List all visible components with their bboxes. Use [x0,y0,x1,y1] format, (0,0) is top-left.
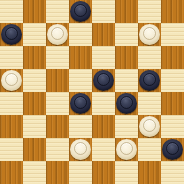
square-h3 [161,115,184,138]
square-d8[interactable] [69,0,92,23]
square-c1[interactable] [46,161,69,184]
square-a2 [0,138,23,161]
square-a1[interactable] [0,161,23,184]
square-b1 [23,161,46,184]
square-e8 [92,0,115,23]
square-f5 [115,69,138,92]
square-c7[interactable] [46,23,69,46]
square-g6 [138,46,161,69]
black-man-piece[interactable] [116,93,137,114]
square-f2[interactable] [115,138,138,161]
square-g5[interactable] [138,69,161,92]
white-man-piece[interactable] [139,116,160,137]
square-g1[interactable] [138,161,161,184]
square-a3[interactable] [0,115,23,138]
black-man-piece[interactable] [162,139,183,160]
square-f8[interactable] [115,0,138,23]
square-f1 [115,161,138,184]
square-g2 [138,138,161,161]
square-a4 [0,92,23,115]
square-h1 [161,161,184,184]
square-b8[interactable] [23,0,46,23]
black-man-piece[interactable] [93,70,114,91]
square-a8 [0,0,23,23]
square-e6 [92,46,115,69]
square-d6[interactable] [69,46,92,69]
square-c5[interactable] [46,69,69,92]
square-a5[interactable] [0,69,23,92]
square-h2[interactable] [161,138,184,161]
white-man-piece[interactable] [116,139,137,160]
square-g4 [138,92,161,115]
square-h6[interactable] [161,46,184,69]
white-man-piece[interactable] [70,139,91,160]
square-g8 [138,0,161,23]
square-b7 [23,23,46,46]
square-g7[interactable] [138,23,161,46]
square-e1[interactable] [92,161,115,184]
square-g3[interactable] [138,115,161,138]
black-man-piece[interactable] [70,1,91,22]
square-d2[interactable] [69,138,92,161]
square-c2 [46,138,69,161]
white-man-piece[interactable] [47,24,68,45]
square-f6[interactable] [115,46,138,69]
square-a7[interactable] [0,23,23,46]
white-man-piece[interactable] [1,70,22,91]
square-c4 [46,92,69,115]
square-d3 [69,115,92,138]
square-e5[interactable] [92,69,115,92]
square-h8[interactable] [161,0,184,23]
square-h4[interactable] [161,92,184,115]
square-f4[interactable] [115,92,138,115]
square-h7 [161,23,184,46]
square-e7[interactable] [92,23,115,46]
square-c6 [46,46,69,69]
white-man-piece[interactable] [139,24,160,45]
square-d1 [69,161,92,184]
square-b5 [23,69,46,92]
square-b3 [23,115,46,138]
square-d7 [69,23,92,46]
square-a6 [0,46,23,69]
black-man-piece[interactable] [70,93,91,114]
square-b4[interactable] [23,92,46,115]
square-f7 [115,23,138,46]
square-e4 [92,92,115,115]
black-man-piece[interactable] [1,24,22,45]
square-c3[interactable] [46,115,69,138]
square-f3 [115,115,138,138]
square-e2 [92,138,115,161]
square-d4[interactable] [69,92,92,115]
square-b2[interactable] [23,138,46,161]
square-d5 [69,69,92,92]
checkers-board [0,0,184,184]
square-b6[interactable] [23,46,46,69]
black-man-piece[interactable] [139,70,160,91]
square-c8 [46,0,69,23]
checkers-board-container [0,0,184,184]
square-h5 [161,69,184,92]
square-e3[interactable] [92,115,115,138]
